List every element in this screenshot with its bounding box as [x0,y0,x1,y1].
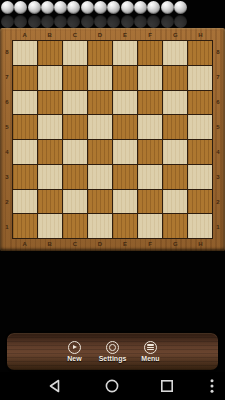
coordinate-label: E [113,240,138,249]
silver-ball [81,15,94,28]
square-g3[interactable] [163,165,187,189]
back-icon[interactable] [45,376,65,396]
square-e2[interactable] [113,190,137,214]
square-a5[interactable] [13,115,37,139]
silver-ball [54,1,67,14]
coordinate-label: 5 [214,115,223,140]
file-labels-top: ABCDEFGH [12,31,213,40]
gear-icon [106,341,119,354]
silver-ball [81,1,94,14]
square-e3[interactable] [113,165,137,189]
coordinate-label: 8 [3,40,12,65]
silver-ball [121,15,134,28]
app-screen: ABCDEFGH ABCDEFGH 87654321 87654321 New … [0,0,225,400]
square-e4[interactable] [113,140,137,164]
square-h2[interactable] [188,190,212,214]
silver-ball [161,1,174,14]
coordinate-label: A [12,240,37,249]
silver-ball [28,1,41,14]
coordinate-label: 7 [214,65,223,90]
silver-ball [174,15,187,28]
silver-ball [1,1,14,14]
square-f8[interactable] [138,41,162,65]
square-f3[interactable] [138,165,162,189]
captured-balls-reflection [1,15,187,28]
square-a2[interactable] [13,190,37,214]
square-b5[interactable] [38,115,62,139]
silver-ball [147,1,160,14]
square-d2[interactable] [88,190,112,214]
recents-icon[interactable] [157,376,177,396]
silver-ball [67,1,80,14]
coordinate-label: B [37,31,62,40]
square-h1[interactable] [188,214,212,238]
coordinate-label: A [12,31,37,40]
coordinate-label: 3 [3,164,12,189]
silver-ball [94,15,107,28]
square-b6[interactable] [38,91,62,115]
square-d3[interactable] [88,165,112,189]
square-h8[interactable] [188,41,212,65]
play-icon [68,341,81,354]
coordinate-label: C [62,31,87,40]
coordinate-label: F [138,240,163,249]
square-g2[interactable] [163,190,187,214]
coordinate-label: 4 [214,140,223,165]
square-f2[interactable] [138,190,162,214]
square-a7[interactable] [13,66,37,90]
square-d8[interactable] [88,41,112,65]
silver-ball [41,1,54,14]
silver-ball [147,15,160,28]
coordinate-label: H [188,31,213,40]
rank-labels-right: 87654321 [214,40,223,239]
captured-balls-row [1,1,187,14]
square-b8[interactable] [38,41,62,65]
square-a8[interactable] [13,41,37,65]
square-c1[interactable] [63,214,87,238]
coordinate-label: E [113,31,138,40]
square-f7[interactable] [138,66,162,90]
silver-ball [107,15,120,28]
coordinate-label: B [37,240,62,249]
square-b4[interactable] [38,140,62,164]
silver-ball [41,15,54,28]
square-h5[interactable] [188,115,212,139]
android-nav-bar [0,372,225,400]
chess-board: ABCDEFGH ABCDEFGH 87654321 87654321 [0,28,225,251]
square-b1[interactable] [38,214,62,238]
coordinate-label: 1 [214,214,223,239]
silver-ball [14,15,27,28]
coordinate-label: 2 [214,189,223,214]
menu-list-icon [144,341,157,354]
new-game-label: New [67,355,81,362]
silver-ball [67,15,80,28]
square-c7[interactable] [63,66,87,90]
square-d4[interactable] [88,140,112,164]
silver-ball [161,15,174,28]
square-g5[interactable] [163,115,187,139]
square-a1[interactable] [13,214,37,238]
coordinate-label: G [163,240,188,249]
square-e6[interactable] [113,91,137,115]
coordinate-label: 6 [3,90,12,115]
settings-button[interactable]: Settings [94,341,132,363]
board-grid [12,40,213,239]
coordinate-label: 3 [214,164,223,189]
coordinate-label: 7 [3,65,12,90]
square-e7[interactable] [113,66,137,90]
square-g6[interactable] [163,91,187,115]
square-c5[interactable] [63,115,87,139]
new-game-button[interactable]: New [56,341,94,363]
square-e5[interactable] [113,115,137,139]
square-c6[interactable] [63,91,87,115]
square-g8[interactable] [163,41,187,65]
home-icon[interactable] [102,376,122,396]
square-b2[interactable] [38,190,62,214]
square-c4[interactable] [63,140,87,164]
silver-ball [121,1,134,14]
menu-button[interactable]: Menu [132,341,170,363]
menu-label: Menu [141,355,159,362]
silver-ball [14,1,27,14]
square-d1[interactable] [88,214,112,238]
square-h4[interactable] [188,140,212,164]
square-b7[interactable] [38,66,62,90]
silver-ball [54,15,67,28]
square-f6[interactable] [138,91,162,115]
square-d7[interactable] [88,66,112,90]
square-h3[interactable] [188,165,212,189]
coordinate-label: 2 [3,189,12,214]
square-b3[interactable] [38,165,62,189]
coordinate-label: 8 [214,40,223,65]
square-f5[interactable] [138,115,162,139]
square-g1[interactable] [163,214,187,238]
square-h6[interactable] [188,91,212,115]
coordinate-label: 6 [214,90,223,115]
square-e8[interactable] [113,41,137,65]
square-c8[interactable] [63,41,87,65]
square-c3[interactable] [63,165,87,189]
coordinate-label: H [188,240,213,249]
square-e1[interactable] [113,214,137,238]
coordinate-label: D [87,31,112,40]
settings-label: Settings [99,355,127,362]
rank-labels-left: 87654321 [3,40,12,239]
square-h7[interactable] [188,66,212,90]
coordinate-label: F [138,31,163,40]
square-f1[interactable] [138,214,162,238]
coordinate-label: C [62,240,87,249]
silver-ball [94,1,107,14]
silver-ball [134,15,147,28]
silver-ball [1,15,14,28]
coordinate-label: 1 [3,214,12,239]
square-g7[interactable] [163,66,187,90]
silver-ball [28,15,41,28]
file-labels-bottom: ABCDEFGH [12,240,213,249]
square-a4[interactable] [13,140,37,164]
coordinate-label: D [87,240,112,249]
coordinate-label: G [163,31,188,40]
coordinate-label: 5 [3,115,12,140]
square-a3[interactable] [13,165,37,189]
silver-ball [174,1,187,14]
overflow-menu-icon[interactable] [202,376,222,396]
silver-ball [107,1,120,14]
square-c2[interactable] [63,190,87,214]
square-g4[interactable] [163,140,187,164]
square-f4[interactable] [138,140,162,164]
silver-ball [134,1,147,14]
square-a6[interactable] [13,91,37,115]
coordinate-label: 4 [3,140,12,165]
square-d5[interactable] [88,115,112,139]
game-toolbar: New Settings Menu [7,333,218,370]
square-d6[interactable] [88,91,112,115]
